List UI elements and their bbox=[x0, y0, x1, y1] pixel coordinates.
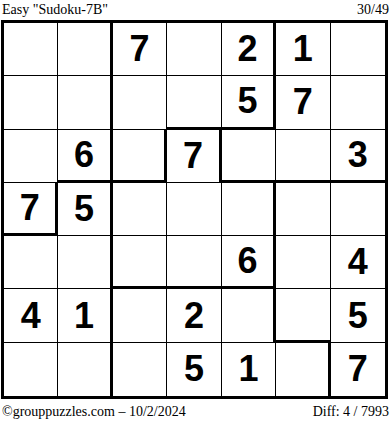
cell-r3c2[interactable]: 6 bbox=[58, 130, 112, 183]
cell-r1c2[interactable] bbox=[58, 23, 112, 76]
footer-difficulty: Diff: 4 / 7993 bbox=[313, 403, 389, 420]
cell-r2c2[interactable] bbox=[58, 76, 112, 129]
cell-r7c6[interactable] bbox=[276, 343, 330, 396]
cell-r4c3[interactable] bbox=[113, 183, 167, 236]
cell-r5c2[interactable] bbox=[58, 236, 112, 289]
cell-r3c7[interactable]: 3 bbox=[331, 130, 385, 183]
cell-r1c6[interactable]: 1 bbox=[276, 23, 330, 76]
header-bar: Easy "Sudoku-7B" 30/49 bbox=[2, 1, 389, 18]
cell-r3c5[interactable] bbox=[222, 130, 276, 183]
page-title: Easy "Sudoku-7B" bbox=[2, 1, 108, 18]
cell-r1c5[interactable]: 2 bbox=[222, 23, 276, 76]
cell-r2c4[interactable] bbox=[167, 76, 221, 129]
cell-r1c3[interactable]: 7 bbox=[113, 23, 167, 76]
cell-r2c6[interactable]: 7 bbox=[276, 76, 330, 129]
cell-r4c1[interactable]: 7 bbox=[4, 183, 58, 236]
cell-r4c2[interactable]: 5 bbox=[58, 183, 112, 236]
footer-bar: ©grouppuzzles.com – 10/2/2024 Diff: 4 / … bbox=[2, 403, 389, 420]
cell-r1c4[interactable] bbox=[167, 23, 221, 76]
cell-r1c1[interactable] bbox=[4, 23, 58, 76]
cell-r6c2[interactable]: 1 bbox=[58, 289, 112, 342]
cell-r3c4[interactable]: 7 bbox=[167, 130, 221, 183]
footer-copyright: ©grouppuzzles.com – 10/2/2024 bbox=[2, 403, 186, 420]
cell-r3c1[interactable] bbox=[4, 130, 58, 183]
cell-r2c5[interactable]: 5 bbox=[222, 76, 276, 129]
cell-r5c3[interactable] bbox=[113, 236, 167, 289]
cell-r5c6[interactable] bbox=[276, 236, 330, 289]
cell-r6c7[interactable]: 5 bbox=[331, 289, 385, 342]
cell-r7c7[interactable]: 7 bbox=[331, 343, 385, 396]
cell-r2c7[interactable] bbox=[331, 76, 385, 129]
cell-r7c4[interactable]: 5 bbox=[167, 343, 221, 396]
cell-r4c7[interactable] bbox=[331, 183, 385, 236]
cell-r6c5[interactable] bbox=[222, 289, 276, 342]
cell-r2c3[interactable] bbox=[113, 76, 167, 129]
cell-r3c6[interactable] bbox=[276, 130, 330, 183]
cell-r6c6[interactable] bbox=[276, 289, 330, 342]
cell-r5c1[interactable] bbox=[4, 236, 58, 289]
cell-r7c3[interactable] bbox=[113, 343, 167, 396]
cell-r7c2[interactable] bbox=[58, 343, 112, 396]
cell-r5c7[interactable]: 4 bbox=[331, 236, 385, 289]
cell-r7c5[interactable]: 1 bbox=[222, 343, 276, 396]
cell-r7c1[interactable] bbox=[4, 343, 58, 396]
sudoku-grid: 7215767375644125517 bbox=[1, 20, 388, 399]
cell-r6c1[interactable]: 4 bbox=[4, 289, 58, 342]
cell-r4c5[interactable] bbox=[222, 183, 276, 236]
cell-r2c1[interactable] bbox=[4, 76, 58, 129]
puzzle-counter: 30/49 bbox=[357, 1, 389, 18]
cell-r5c5[interactable]: 6 bbox=[222, 236, 276, 289]
cell-r5c4[interactable] bbox=[167, 236, 221, 289]
cell-r4c6[interactable] bbox=[276, 183, 330, 236]
cell-r3c3[interactable] bbox=[113, 130, 167, 183]
cell-r1c7[interactable] bbox=[331, 23, 385, 76]
cell-r4c4[interactable] bbox=[167, 183, 221, 236]
cell-r6c4[interactable]: 2 bbox=[167, 289, 221, 342]
cell-r6c3[interactable] bbox=[113, 289, 167, 342]
